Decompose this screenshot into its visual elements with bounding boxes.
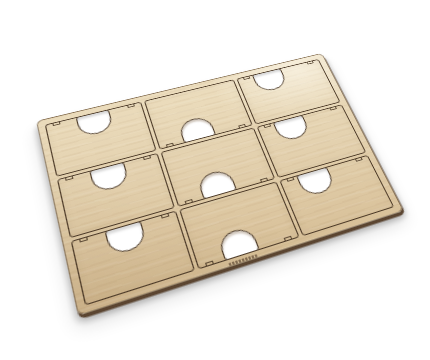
assembly-notch — [166, 143, 174, 148]
assembly-notch — [355, 156, 363, 161]
assembly-notch — [79, 236, 88, 242]
finger-hole-cutout — [273, 115, 312, 143]
assembly-notch — [306, 60, 313, 64]
assembly-notch — [263, 124, 271, 129]
plywood-sheet — [36, 53, 404, 316]
finger-hole-cutout — [252, 68, 289, 93]
finger-hole-cutout — [89, 162, 130, 194]
assembly-notch — [161, 212, 170, 218]
assembly-notch — [283, 236, 292, 242]
assembly-notch — [238, 124, 246, 129]
assembly-notch — [127, 103, 135, 108]
assembly-notch — [143, 155, 151, 160]
assembly-notch — [260, 177, 268, 182]
assembly-notch — [205, 260, 214, 266]
assembly-notch — [185, 199, 194, 205]
product-photo-canvas — [0, 0, 430, 360]
finger-hole-cutout — [296, 166, 337, 197]
drawer-front-grid — [45, 59, 395, 306]
assembly-notch — [242, 76, 250, 80]
finger-hole-cutout — [75, 109, 114, 137]
assembly-notch — [52, 121, 60, 126]
assembly-notch — [65, 175, 74, 181]
assembly-notch — [329, 106, 337, 111]
assembly-notch — [286, 176, 294, 181]
